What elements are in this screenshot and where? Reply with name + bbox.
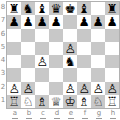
white-bishop[interactable]: ♗ xyxy=(36,95,47,108)
file-label-g: g xyxy=(92,109,106,120)
white-pawn[interactable]: ♙ xyxy=(36,55,47,68)
square-f2[interactable]: ♙ xyxy=(77,82,91,95)
square-f8[interactable]: ♝ xyxy=(77,2,91,15)
black-knight[interactable]: ♞ xyxy=(64,55,75,68)
square-c8[interactable]: ♝ xyxy=(35,2,49,15)
white-pawn[interactable]: ♙ xyxy=(106,82,117,95)
square-c1[interactable]: ♗ xyxy=(35,95,49,108)
square-c3[interactable] xyxy=(35,68,49,81)
file-label-b: b xyxy=(22,109,36,120)
square-b7[interactable]: ♟ xyxy=(21,15,35,28)
square-h3[interactable] xyxy=(105,68,119,81)
black-knight[interactable]: ♞ xyxy=(22,2,33,15)
square-h8[interactable]: ♜ xyxy=(105,2,119,15)
square-a7[interactable]: ♟ xyxy=(7,15,21,28)
square-g6[interactable] xyxy=(91,29,105,42)
white-pawn[interactable]: ♙ xyxy=(22,82,33,95)
square-f7[interactable]: ♟ xyxy=(77,15,91,28)
square-h5[interactable] xyxy=(105,42,119,55)
black-bishop[interactable]: ♝ xyxy=(78,2,89,15)
file-label-c: c xyxy=(36,109,50,120)
white-pawn[interactable]: ♙ xyxy=(64,42,75,55)
square-h1[interactable]: ♖ xyxy=(105,95,119,108)
white-rook[interactable]: ♖ xyxy=(8,95,19,108)
square-e4[interactable]: ♞ xyxy=(63,55,77,68)
file-label-d: d xyxy=(50,109,64,120)
square-b4[interactable] xyxy=(21,55,35,68)
square-a8[interactable]: ♜ xyxy=(7,2,21,15)
square-e8[interactable]: ♚ xyxy=(63,2,77,15)
white-rook[interactable]: ♖ xyxy=(106,95,117,108)
square-f3[interactable] xyxy=(77,68,91,81)
square-f6[interactable] xyxy=(77,29,91,42)
square-c4[interactable]: ♙ xyxy=(35,55,49,68)
square-b3[interactable] xyxy=(21,68,35,81)
chess-board-diagram: 87654321 ♜♞♝♛♚♝♜♟♟♟♟♟♟♟♙♙♞♙♙♙♙♙♙♖♘♗♕♔♗♘♖… xyxy=(0,0,120,120)
square-c5[interactable] xyxy=(35,42,49,55)
square-d6[interactable] xyxy=(49,29,63,42)
square-b8[interactable]: ♞ xyxy=(21,2,35,15)
white-pawn[interactable]: ♙ xyxy=(8,82,19,95)
black-pawn[interactable]: ♟ xyxy=(22,15,33,28)
file-label-a: a xyxy=(8,109,22,120)
white-bishop[interactable]: ♗ xyxy=(78,95,89,108)
white-pawn[interactable]: ♙ xyxy=(64,82,75,95)
square-a5[interactable] xyxy=(7,42,21,55)
square-g7[interactable]: ♟ xyxy=(91,15,105,28)
white-knight[interactable]: ♘ xyxy=(92,95,103,108)
square-d8[interactable]: ♛ xyxy=(49,2,63,15)
square-f1[interactable]: ♗ xyxy=(77,95,91,108)
square-c2[interactable] xyxy=(35,82,49,95)
square-e5[interactable]: ♙ xyxy=(63,42,77,55)
file-label-h: h xyxy=(106,109,120,120)
square-g2[interactable]: ♙ xyxy=(91,82,105,95)
square-h7[interactable]: ♟ xyxy=(105,15,119,28)
white-knight[interactable]: ♘ xyxy=(22,95,33,108)
black-king[interactable]: ♚ xyxy=(64,2,75,15)
white-queen[interactable]: ♕ xyxy=(50,95,61,108)
square-h6[interactable] xyxy=(105,29,119,42)
square-a4[interactable] xyxy=(7,55,21,68)
square-g4[interactable] xyxy=(91,55,105,68)
black-pawn[interactable]: ♟ xyxy=(36,15,47,28)
square-a3[interactable] xyxy=(7,68,21,81)
black-rook[interactable]: ♜ xyxy=(106,2,117,15)
black-pawn[interactable]: ♟ xyxy=(50,15,61,28)
file-labels: abcdefgh xyxy=(8,109,120,120)
file-label-f: f xyxy=(78,109,92,120)
square-b2[interactable]: ♙ xyxy=(21,82,35,95)
black-queen[interactable]: ♛ xyxy=(50,2,61,15)
square-c7[interactable]: ♟ xyxy=(35,15,49,28)
square-a1[interactable]: ♖ xyxy=(7,95,21,108)
black-bishop[interactable]: ♝ xyxy=(36,2,47,15)
square-g1[interactable]: ♘ xyxy=(91,95,105,108)
square-e7[interactable] xyxy=(63,15,77,28)
square-d7[interactable]: ♟ xyxy=(49,15,63,28)
white-pawn[interactable]: ♙ xyxy=(92,82,103,95)
black-pawn[interactable]: ♟ xyxy=(8,15,19,28)
white-king[interactable]: ♔ xyxy=(64,95,75,108)
square-d5[interactable] xyxy=(49,42,63,55)
square-b1[interactable]: ♘ xyxy=(21,95,35,108)
square-e1[interactable]: ♔ xyxy=(63,95,77,108)
black-pawn[interactable]: ♟ xyxy=(106,15,117,28)
square-b6[interactable] xyxy=(21,29,35,42)
square-f5[interactable] xyxy=(77,42,91,55)
square-e6[interactable] xyxy=(63,29,77,42)
square-d2[interactable] xyxy=(49,82,63,95)
square-d1[interactable]: ♕ xyxy=(49,95,63,108)
square-h2[interactable]: ♙ xyxy=(105,82,119,95)
square-d3[interactable] xyxy=(49,68,63,81)
square-a6[interactable] xyxy=(7,29,21,42)
square-g5[interactable] xyxy=(91,42,105,55)
square-h4[interactable] xyxy=(105,55,119,68)
white-pawn[interactable]: ♙ xyxy=(78,82,89,95)
file-label-e: e xyxy=(64,109,78,120)
black-pawn[interactable]: ♟ xyxy=(78,15,89,28)
square-c6[interactable] xyxy=(35,29,49,42)
square-a2[interactable]: ♙ xyxy=(7,82,21,95)
black-pawn[interactable]: ♟ xyxy=(92,15,103,28)
square-g8[interactable] xyxy=(91,2,105,15)
square-e3[interactable] xyxy=(63,68,77,81)
black-rook[interactable]: ♜ xyxy=(8,2,19,15)
square-b5[interactable] xyxy=(21,42,35,55)
square-e2[interactable]: ♙ xyxy=(63,82,77,95)
square-g3[interactable] xyxy=(91,68,105,81)
square-f4[interactable] xyxy=(77,55,91,68)
chess-board[interactable]: ♜♞♝♛♚♝♜♟♟♟♟♟♟♟♙♙♞♙♙♙♙♙♙♖♘♗♕♔♗♘♖ xyxy=(6,1,120,109)
square-d4[interactable] xyxy=(49,55,63,68)
